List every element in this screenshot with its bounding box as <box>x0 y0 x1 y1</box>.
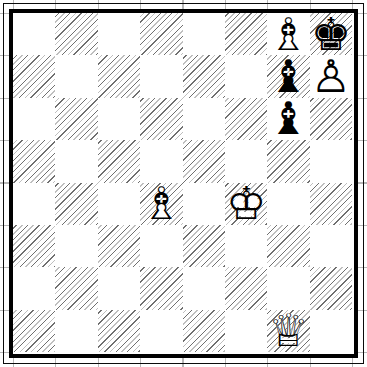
square-f4[interactable]: ♚♔ <box>225 183 267 225</box>
square-d8[interactable] <box>140 13 182 55</box>
white-king-glyph: ♔ <box>225 183 267 225</box>
black-bishop[interactable]: ♝ <box>267 55 309 97</box>
square-a8[interactable] <box>13 13 55 55</box>
square-a7[interactable] <box>13 55 55 97</box>
square-f7[interactable] <box>225 55 267 97</box>
square-c5[interactable] <box>98 140 140 182</box>
square-b3[interactable] <box>55 225 97 267</box>
square-b2[interactable] <box>55 267 97 309</box>
square-h6[interactable] <box>310 98 352 140</box>
chess-diagram: ♝♗♚♝♟♙♝♝♗♚♔♛♕ <box>0 0 367 367</box>
square-g4[interactable] <box>267 183 309 225</box>
square-a4[interactable] <box>13 183 55 225</box>
square-e2[interactable] <box>183 267 225 309</box>
white-pawn[interactable]: ♟♙ <box>310 55 352 97</box>
square-h1[interactable] <box>310 310 352 352</box>
square-c6[interactable] <box>98 98 140 140</box>
square-c8[interactable] <box>98 13 140 55</box>
square-f8[interactable] <box>225 13 267 55</box>
black-king[interactable]: ♚ <box>310 13 352 55</box>
square-b8[interactable] <box>55 13 97 55</box>
square-h3[interactable] <box>310 225 352 267</box>
square-a3[interactable] <box>13 225 55 267</box>
square-b1[interactable] <box>55 310 97 352</box>
square-g3[interactable] <box>267 225 309 267</box>
white-bishop-glyph: ♗ <box>267 13 309 55</box>
square-e8[interactable] <box>183 13 225 55</box>
square-c7[interactable] <box>98 55 140 97</box>
square-e6[interactable] <box>183 98 225 140</box>
square-a5[interactable] <box>13 140 55 182</box>
square-d2[interactable] <box>140 267 182 309</box>
square-d5[interactable] <box>140 140 182 182</box>
square-b6[interactable] <box>55 98 97 140</box>
square-g7[interactable]: ♝ <box>267 55 309 97</box>
square-b4[interactable] <box>55 183 97 225</box>
square-c2[interactable] <box>98 267 140 309</box>
square-a6[interactable] <box>13 98 55 140</box>
square-h7[interactable]: ♟♙ <box>310 55 352 97</box>
square-f1[interactable] <box>225 310 267 352</box>
square-h5[interactable] <box>310 140 352 182</box>
square-h8[interactable]: ♚ <box>310 13 352 55</box>
white-bishop-glyph: ♗ <box>140 183 182 225</box>
square-g6[interactable]: ♝ <box>267 98 309 140</box>
square-b5[interactable] <box>55 140 97 182</box>
square-d3[interactable] <box>140 225 182 267</box>
square-e7[interactable] <box>183 55 225 97</box>
square-d6[interactable] <box>140 98 182 140</box>
square-h2[interactable] <box>310 267 352 309</box>
square-b7[interactable] <box>55 55 97 97</box>
square-a2[interactable] <box>13 267 55 309</box>
square-g8[interactable]: ♝♗ <box>267 13 309 55</box>
white-pawn-glyph: ♙ <box>310 55 352 97</box>
square-f2[interactable] <box>225 267 267 309</box>
white-bishop[interactable]: ♝♗ <box>267 13 309 55</box>
square-g2[interactable] <box>267 267 309 309</box>
square-e3[interactable] <box>183 225 225 267</box>
square-h4[interactable] <box>310 183 352 225</box>
square-g5[interactable] <box>267 140 309 182</box>
square-d7[interactable] <box>140 55 182 97</box>
square-d4[interactable]: ♝♗ <box>140 183 182 225</box>
square-f5[interactable] <box>225 140 267 182</box>
square-e4[interactable] <box>183 183 225 225</box>
white-queen[interactable]: ♛♕ <box>267 310 309 352</box>
square-c1[interactable] <box>98 310 140 352</box>
square-a1[interactable] <box>13 310 55 352</box>
square-e1[interactable] <box>183 310 225 352</box>
square-c3[interactable] <box>98 225 140 267</box>
square-c4[interactable] <box>98 183 140 225</box>
white-bishop[interactable]: ♝♗ <box>140 183 182 225</box>
square-d1[interactable] <box>140 310 182 352</box>
white-queen-glyph: ♕ <box>267 310 309 352</box>
square-f6[interactable] <box>225 98 267 140</box>
white-king[interactable]: ♚♔ <box>225 183 267 225</box>
chessboard: ♝♗♚♝♟♙♝♝♗♚♔♛♕ <box>13 13 352 352</box>
black-bishop[interactable]: ♝ <box>267 98 309 140</box>
square-g1[interactable]: ♛♕ <box>267 310 309 352</box>
square-e5[interactable] <box>183 140 225 182</box>
square-f3[interactable] <box>225 225 267 267</box>
